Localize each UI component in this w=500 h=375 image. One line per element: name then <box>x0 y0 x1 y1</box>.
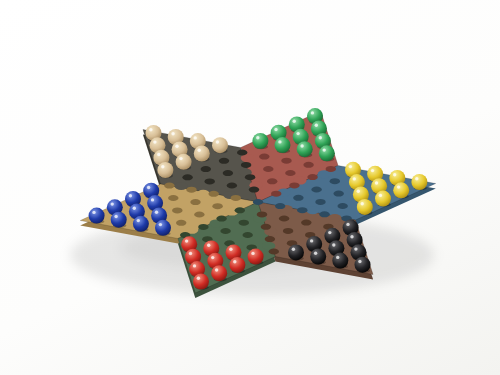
hole[interactable] <box>259 154 269 160</box>
marble-highlight <box>198 149 201 152</box>
hole[interactable] <box>235 207 245 213</box>
marble-highlight <box>349 165 352 168</box>
marble-highlight <box>278 140 281 143</box>
marble-highlight <box>361 202 364 205</box>
marble-highlight <box>358 260 361 263</box>
hole[interactable] <box>231 195 241 201</box>
marble-red[interactable] <box>248 249 264 265</box>
hole[interactable] <box>164 183 174 189</box>
hole[interactable] <box>334 191 344 197</box>
marble-red[interactable] <box>229 257 245 273</box>
hole[interactable] <box>198 224 208 230</box>
hole[interactable] <box>338 203 348 209</box>
hole[interactable] <box>271 191 281 197</box>
marble-highlight <box>153 140 156 143</box>
marble-highlight <box>155 211 158 214</box>
photo-canvas <box>0 0 500 375</box>
marble-natural[interactable] <box>194 146 210 162</box>
hole[interactable] <box>265 236 275 242</box>
marble-highlight <box>314 252 317 255</box>
hole[interactable] <box>201 166 211 172</box>
marble-highlight <box>175 145 178 148</box>
hole[interactable] <box>209 191 219 197</box>
marble-highlight <box>336 256 339 259</box>
marble-highlight <box>194 136 197 139</box>
hole[interactable] <box>176 220 186 226</box>
marble-highlight <box>332 243 335 246</box>
marble-black[interactable] <box>332 253 348 269</box>
marble-highlight <box>229 248 232 251</box>
marble-yellow[interactable] <box>393 182 409 198</box>
hole[interactable] <box>275 203 285 209</box>
marble-yellow[interactable] <box>375 191 391 207</box>
marble-highlight <box>114 215 117 218</box>
marble-highlight <box>353 177 356 180</box>
hole[interactable] <box>243 232 253 238</box>
hole[interactable] <box>307 174 317 180</box>
hole[interactable] <box>261 224 271 230</box>
marble-highlight <box>379 194 382 197</box>
marble-highlight <box>215 268 218 271</box>
hole[interactable] <box>239 220 249 226</box>
marble-highlight <box>161 165 164 168</box>
marble-yellow[interactable] <box>411 174 427 190</box>
marble-highlight <box>328 231 331 234</box>
hole[interactable] <box>253 199 263 205</box>
hole[interactable] <box>219 158 229 164</box>
marble-highlight <box>315 124 318 127</box>
hole[interactable] <box>301 220 311 226</box>
hole[interactable] <box>216 216 226 222</box>
marble-blue[interactable] <box>133 216 149 232</box>
hole[interactable] <box>326 166 336 172</box>
hole[interactable] <box>249 187 259 193</box>
hole[interactable] <box>263 166 273 172</box>
marble-highlight <box>147 186 150 189</box>
marble-red[interactable] <box>193 274 209 290</box>
marble-black[interactable] <box>310 249 326 265</box>
marble-highlight <box>397 185 400 188</box>
marble-highlight <box>319 136 322 139</box>
marble-green[interactable] <box>252 133 268 149</box>
marble-highlight <box>310 239 313 242</box>
hole[interactable] <box>227 183 237 189</box>
marble-highlight <box>149 128 152 131</box>
hole[interactable] <box>172 207 182 213</box>
marble-highlight <box>185 239 188 242</box>
marble-green[interactable] <box>275 137 291 153</box>
hole[interactable] <box>279 216 289 222</box>
marble-highlight <box>129 194 132 197</box>
hole[interactable] <box>283 228 293 234</box>
marble-highlight <box>393 173 396 176</box>
marble-highlight <box>311 111 314 114</box>
hole[interactable] <box>168 195 178 201</box>
marble-highlight <box>233 260 236 263</box>
marble-highlight <box>216 140 219 143</box>
hole[interactable] <box>257 211 267 217</box>
marble-highlight <box>350 235 353 238</box>
marble-highlight <box>207 244 210 247</box>
marble-highlight <box>211 256 214 259</box>
marble-natural[interactable] <box>157 162 173 178</box>
jigsaw-tab <box>197 190 210 198</box>
hole[interactable] <box>311 187 321 193</box>
hole[interactable] <box>186 187 196 193</box>
marble-natural[interactable] <box>212 137 228 153</box>
hole[interactable] <box>289 182 299 188</box>
marble-highlight <box>371 169 374 172</box>
marble-highlight <box>197 277 200 280</box>
hole[interactable] <box>237 150 247 156</box>
marble-highlight <box>293 120 296 123</box>
marble-highlight <box>111 202 114 205</box>
marble-highlight <box>179 157 182 160</box>
marble-highlight <box>92 211 95 214</box>
hole[interactable] <box>223 170 233 176</box>
marble-highlight <box>251 252 254 255</box>
marble-highlight <box>323 148 326 151</box>
marble-highlight <box>189 252 192 255</box>
chinese-checkers-board <box>0 0 500 375</box>
marble-highlight <box>375 181 378 184</box>
hole[interactable] <box>281 158 291 164</box>
hole[interactable] <box>303 162 313 168</box>
hole[interactable] <box>319 211 329 217</box>
marble-black[interactable] <box>355 257 371 273</box>
hole[interactable] <box>297 207 307 213</box>
marble-highlight <box>296 132 299 135</box>
hole[interactable] <box>285 170 295 176</box>
marble-highlight <box>354 247 357 250</box>
marble-natural[interactable] <box>176 154 192 170</box>
marble-highlight <box>300 144 303 147</box>
hole[interactable] <box>269 249 279 255</box>
marble-highlight <box>274 128 277 131</box>
marble-highlight <box>292 248 295 251</box>
marble-highlight <box>415 177 418 180</box>
hole[interactable] <box>241 162 251 168</box>
hole[interactable] <box>245 174 255 180</box>
hole[interactable] <box>267 178 277 184</box>
jigsaw-tab <box>175 182 188 190</box>
marble-highlight <box>193 264 196 267</box>
marble-blue[interactable] <box>111 212 127 228</box>
marble-highlight <box>256 136 259 139</box>
marble-black[interactable] <box>288 244 304 260</box>
marble-highlight <box>137 219 140 222</box>
jigsaw-tab <box>306 206 319 214</box>
marble-green[interactable] <box>319 145 335 161</box>
marble-highlight <box>151 198 154 201</box>
marble-green[interactable] <box>297 141 313 157</box>
marble-highlight <box>357 190 360 193</box>
marble-blue[interactable] <box>89 208 105 224</box>
hole[interactable] <box>194 212 204 218</box>
hole[interactable] <box>293 195 303 201</box>
hole[interactable] <box>205 178 215 184</box>
marble-highlight <box>159 223 162 226</box>
hole[interactable] <box>330 178 340 184</box>
hole[interactable] <box>190 199 200 205</box>
marble-highlight <box>346 223 349 226</box>
marble-highlight <box>133 207 136 210</box>
marble-blue[interactable] <box>155 220 171 236</box>
hole[interactable] <box>182 174 192 180</box>
jigsaw-tab <box>328 214 341 222</box>
hole[interactable] <box>315 199 325 205</box>
marble-yellow[interactable] <box>357 199 373 215</box>
marble-red[interactable] <box>211 265 227 281</box>
hole[interactable] <box>220 228 230 234</box>
marble-highlight <box>171 132 174 135</box>
hole[interactable] <box>212 203 222 209</box>
marble-highlight <box>157 153 160 156</box>
